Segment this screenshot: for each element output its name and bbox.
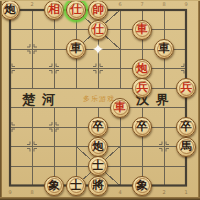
piece-black[interactable]: 象 [132,176,152,196]
file-number: 9 [9,189,12,195]
piece-black[interactable]: 將 [88,176,108,196]
piece-red[interactable]: 帥 [88,0,108,20]
piece-red[interactable]: 仕 [66,0,86,20]
piece-black[interactable]: 象 [44,176,64,196]
file-number: 9 [185,1,188,7]
file-number: 8 [31,189,34,195]
piece-black[interactable]: 炮 [0,0,20,20]
piece-red[interactable]: 相 [44,0,64,20]
piece-black[interactable]: 車 [154,39,174,59]
file-number: 1 [185,189,188,195]
file-number: 2 [163,189,166,195]
river-label-left: 楚河 [22,91,62,109]
piece-black[interactable]: 馬 [176,137,196,157]
last-move-origin-icon [92,43,104,55]
file-number: 2 [31,1,34,7]
board-edge-bottom [0,197,200,200]
piece-red[interactable]: 兵 [176,78,196,98]
piece-red[interactable]: 炮 [132,59,152,79]
file-number: 8 [163,1,166,7]
file-number: 4 [119,189,122,195]
piece-black[interactable]: 士 [66,176,86,196]
piece-red[interactable]: 車 [132,20,152,40]
piece-red[interactable]: 兵 [132,78,152,98]
board-edge-left [0,0,2,200]
piece-black[interactable]: 卒 [88,117,108,137]
xiangqi-board: 楚河 汉界 多乐游戏 123456789 987654321 炮相仕帥仕車車車炮… [0,0,200,200]
piece-black[interactable]: 士 [88,156,108,176]
piece-red[interactable]: 車 [110,98,130,118]
board-edge-right [198,0,200,200]
piece-black[interactable]: 卒 [176,117,196,137]
piece-black[interactable]: 車 [66,39,86,59]
piece-black[interactable]: 炮 [88,137,108,157]
file-number: 6 [119,1,122,7]
piece-red[interactable]: 仕 [88,20,108,40]
board-edge-top [0,0,200,1]
file-number: 7 [141,1,144,7]
piece-black[interactable]: 卒 [132,117,152,137]
